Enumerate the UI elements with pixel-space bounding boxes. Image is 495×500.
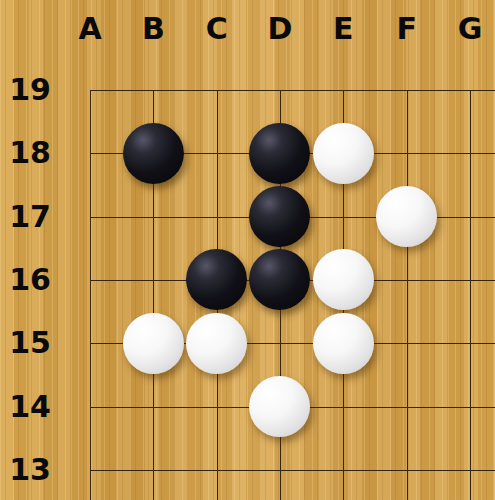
white-stone-E18: ○: [313, 123, 374, 184]
row-label-18: 18: [9, 138, 51, 168]
intersection-A13[interactable]: [58, 438, 121, 500]
black-stone-D16: ●: [249, 249, 310, 310]
col-label-B: B: [142, 14, 165, 44]
col-label-F: F: [396, 14, 417, 44]
white-stone-C15: ○: [186, 313, 247, 374]
intersection-G19[interactable]: [438, 58, 495, 121]
intersection-D18[interactable]: ●: [248, 122, 311, 185]
intersection-E14[interactable]: [312, 375, 375, 438]
intersection-C18[interactable]: [185, 122, 248, 185]
col-label-A: A: [78, 14, 101, 44]
intersection-B13[interactable]: [122, 438, 185, 500]
col-label-D: D: [268, 14, 293, 44]
intersection-A17[interactable]: [58, 185, 121, 248]
intersection-A19[interactable]: [58, 58, 121, 121]
intersection-C15[interactable]: ○: [185, 312, 248, 375]
intersection-C13[interactable]: [185, 438, 248, 500]
black-stone-B18: ●: [123, 123, 184, 184]
white-stone-B15: ○: [123, 313, 184, 374]
intersection-G14[interactable]: [438, 375, 495, 438]
intersection-C17[interactable]: [185, 185, 248, 248]
intersection-F14[interactable]: [375, 375, 438, 438]
intersection-A14[interactable]: [58, 375, 121, 438]
intersection-A18[interactable]: [58, 122, 121, 185]
intersection-A16[interactable]: [58, 248, 121, 311]
intersection-C14[interactable]: [185, 375, 248, 438]
col-label-E: E: [333, 14, 354, 44]
intersection-C16[interactable]: ●: [185, 248, 248, 311]
intersection-E18[interactable]: ○: [312, 122, 375, 185]
intersection-E19[interactable]: [312, 58, 375, 121]
row-label-19: 19: [9, 75, 51, 105]
intersection-G18[interactable]: [438, 122, 495, 185]
row-label-17: 17: [9, 202, 51, 232]
intersection-B17[interactable]: [122, 185, 185, 248]
intersection-F13[interactable]: [375, 438, 438, 500]
white-stone-D14: ○: [249, 376, 310, 437]
intersection-E13[interactable]: [312, 438, 375, 500]
intersection-F16[interactable]: [375, 248, 438, 311]
intersection-E15[interactable]: ○: [312, 312, 375, 375]
intersection-C19[interactable]: [185, 58, 248, 121]
intersection-E16[interactable]: ○: [312, 248, 375, 311]
col-label-C: C: [206, 14, 228, 44]
intersection-E17[interactable]: [312, 185, 375, 248]
intersection-D16[interactable]: ●: [248, 248, 311, 311]
intersection-B14[interactable]: [122, 375, 185, 438]
white-stone-F17: ○: [376, 186, 437, 247]
intersection-B15[interactable]: ○: [122, 312, 185, 375]
board-intersections: ●●○●○●●○○○○○: [58, 58, 495, 500]
col-label-G: G: [458, 14, 483, 44]
intersection-D15[interactable]: [248, 312, 311, 375]
intersection-B18[interactable]: ●: [122, 122, 185, 185]
intersection-F19[interactable]: [375, 58, 438, 121]
intersection-A15[interactable]: [58, 312, 121, 375]
row-label-14: 14: [9, 392, 51, 422]
intersection-F15[interactable]: [375, 312, 438, 375]
black-stone-D18: ●: [249, 123, 310, 184]
intersection-F18[interactable]: [375, 122, 438, 185]
black-stone-C16: ●: [186, 249, 247, 310]
intersection-B16[interactable]: [122, 248, 185, 311]
row-label-15: 15: [9, 328, 51, 358]
intersection-G13[interactable]: [438, 438, 495, 500]
white-stone-E15: ○: [313, 313, 374, 374]
intersection-D19[interactable]: [248, 58, 311, 121]
white-stone-E16: ○: [313, 249, 374, 310]
row-label-16: 16: [9, 265, 51, 295]
go-board: ABCDEFG 19181716151413 ●●○●○●●○○○○○: [0, 0, 495, 500]
intersection-G17[interactable]: [438, 185, 495, 248]
intersection-B19[interactable]: [122, 58, 185, 121]
intersection-F17[interactable]: ○: [375, 185, 438, 248]
intersection-G16[interactable]: [438, 248, 495, 311]
row-label-13: 13: [9, 455, 51, 485]
intersection-D14[interactable]: ○: [248, 375, 311, 438]
intersection-D17[interactable]: ●: [248, 185, 311, 248]
intersection-G15[interactable]: [438, 312, 495, 375]
intersection-D13[interactable]: [248, 438, 311, 500]
black-stone-D17: ●: [249, 186, 310, 247]
